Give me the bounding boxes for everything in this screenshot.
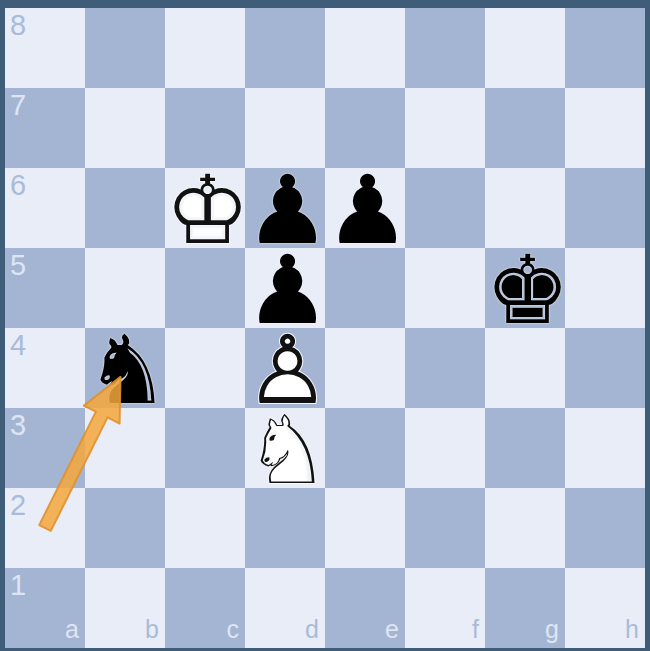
square-e1[interactable]: e (325, 568, 405, 648)
black-knight-glyph: ♞ (85, 323, 170, 418)
square-f6[interactable] (405, 168, 485, 248)
square-g3[interactable] (485, 408, 565, 488)
black-pawn-glyph: ♟ (245, 163, 330, 258)
square-g5[interactable]: ♚ (485, 248, 565, 328)
square-a4[interactable]: 4 (5, 328, 85, 408)
square-c3[interactable] (165, 408, 245, 488)
square-a7[interactable]: 7 (5, 88, 85, 168)
square-b6[interactable] (85, 168, 165, 248)
piece-white-pawn-d4[interactable]: ♟♙ (245, 328, 325, 408)
square-b3[interactable] (85, 408, 165, 488)
piece-black-pawn-e6[interactable]: ♟ (325, 168, 405, 248)
white-knight-fill-glyph: ♞ (245, 403, 330, 498)
file-label-e: e (385, 617, 399, 642)
square-d7[interactable] (245, 88, 325, 168)
square-g4[interactable] (485, 328, 565, 408)
square-f5[interactable] (405, 248, 485, 328)
white-king-fill-glyph: ♚ (165, 163, 250, 258)
square-e5[interactable] (325, 248, 405, 328)
rank-label-5: 5 (10, 251, 26, 280)
square-e8[interactable] (325, 8, 405, 88)
file-label-d: d (305, 617, 319, 642)
square-a3[interactable]: 3 (5, 408, 85, 488)
white-king-outline-glyph: ♔ (165, 163, 250, 258)
square-d4[interactable]: ♟♙ (245, 328, 325, 408)
rank-label-4: 4 (10, 331, 26, 360)
file-label-a: a (65, 617, 79, 642)
square-e3[interactable] (325, 408, 405, 488)
black-pawn-glyph: ♟ (325, 163, 410, 258)
square-g6[interactable] (485, 168, 565, 248)
black-king-glyph: ♚ (485, 243, 570, 338)
rank-label-2: 2 (10, 491, 26, 520)
square-h3[interactable] (565, 408, 645, 488)
rank-label-7: 7 (10, 91, 26, 120)
square-d2[interactable] (245, 488, 325, 568)
square-a8[interactable]: 8 (5, 8, 85, 88)
square-f1[interactable]: f (405, 568, 485, 648)
rank-label-6: 6 (10, 171, 26, 200)
white-knight-outline-glyph: ♘ (245, 403, 330, 498)
square-f2[interactable] (405, 488, 485, 568)
square-h6[interactable] (565, 168, 645, 248)
square-b2[interactable] (85, 488, 165, 568)
square-d6[interactable]: ♟ (245, 168, 325, 248)
square-a2[interactable]: 2 (5, 488, 85, 568)
square-c4[interactable] (165, 328, 245, 408)
square-c6[interactable]: ♚♔ (165, 168, 245, 248)
piece-white-knight-d3[interactable]: ♞♘ (245, 408, 325, 488)
square-h7[interactable] (565, 88, 645, 168)
square-b8[interactable] (85, 8, 165, 88)
square-c2[interactable] (165, 488, 245, 568)
square-d3[interactable]: ♞♘ (245, 408, 325, 488)
square-c1[interactable]: c (165, 568, 245, 648)
square-e6[interactable]: ♟ (325, 168, 405, 248)
file-label-b: b (145, 617, 159, 642)
piece-white-king-c6[interactable]: ♚♔ (165, 168, 245, 248)
square-g1[interactable]: g (485, 568, 565, 648)
file-label-c: c (227, 617, 240, 642)
square-f8[interactable] (405, 8, 485, 88)
square-g7[interactable] (485, 88, 565, 168)
rank-label-1: 1 (10, 571, 26, 600)
square-f7[interactable] (405, 88, 485, 168)
rank-label-8: 8 (10, 11, 26, 40)
file-label-g: g (545, 617, 559, 642)
black-pawn-glyph: ♟ (245, 243, 330, 338)
square-c8[interactable] (165, 8, 245, 88)
square-a1[interactable]: 1a (5, 568, 85, 648)
piece-black-knight-b4[interactable]: ♞ (85, 328, 165, 408)
piece-black-pawn-d6[interactable]: ♟ (245, 168, 325, 248)
square-a5[interactable]: 5 (5, 248, 85, 328)
square-h4[interactable] (565, 328, 645, 408)
white-pawn-outline-glyph: ♙ (245, 323, 330, 418)
square-h5[interactable] (565, 248, 645, 328)
square-d1[interactable]: d (245, 568, 325, 648)
square-f3[interactable] (405, 408, 485, 488)
square-h1[interactable]: h (565, 568, 645, 648)
square-d5[interactable]: ♟ (245, 248, 325, 328)
square-c5[interactable] (165, 248, 245, 328)
board: 876♚♔♟♟5♟♚4♞♟♙3♞♘21abcdefgh (5, 8, 645, 648)
square-g8[interactable] (485, 8, 565, 88)
square-h8[interactable] (565, 8, 645, 88)
square-e7[interactable] (325, 88, 405, 168)
square-b7[interactable] (85, 88, 165, 168)
square-a6[interactable]: 6 (5, 168, 85, 248)
square-b4[interactable]: ♞ (85, 328, 165, 408)
file-label-f: f (472, 617, 479, 642)
square-c7[interactable] (165, 88, 245, 168)
square-h2[interactable] (565, 488, 645, 568)
square-e4[interactable] (325, 328, 405, 408)
square-b5[interactable] (85, 248, 165, 328)
file-label-h: h (625, 617, 639, 642)
white-pawn-fill-glyph: ♟ (245, 323, 330, 418)
rank-label-3: 3 (10, 411, 26, 440)
square-g2[interactable] (485, 488, 565, 568)
square-d8[interactable] (245, 8, 325, 88)
square-f4[interactable] (405, 328, 485, 408)
square-e2[interactable] (325, 488, 405, 568)
square-b1[interactable]: b (85, 568, 165, 648)
piece-black-king-g5[interactable]: ♚ (485, 248, 565, 328)
piece-black-pawn-d5[interactable]: ♟ (245, 248, 325, 328)
chess-board-frame: 876♚♔♟♟5♟♚4♞♟♙3♞♘21abcdefgh (0, 0, 650, 651)
